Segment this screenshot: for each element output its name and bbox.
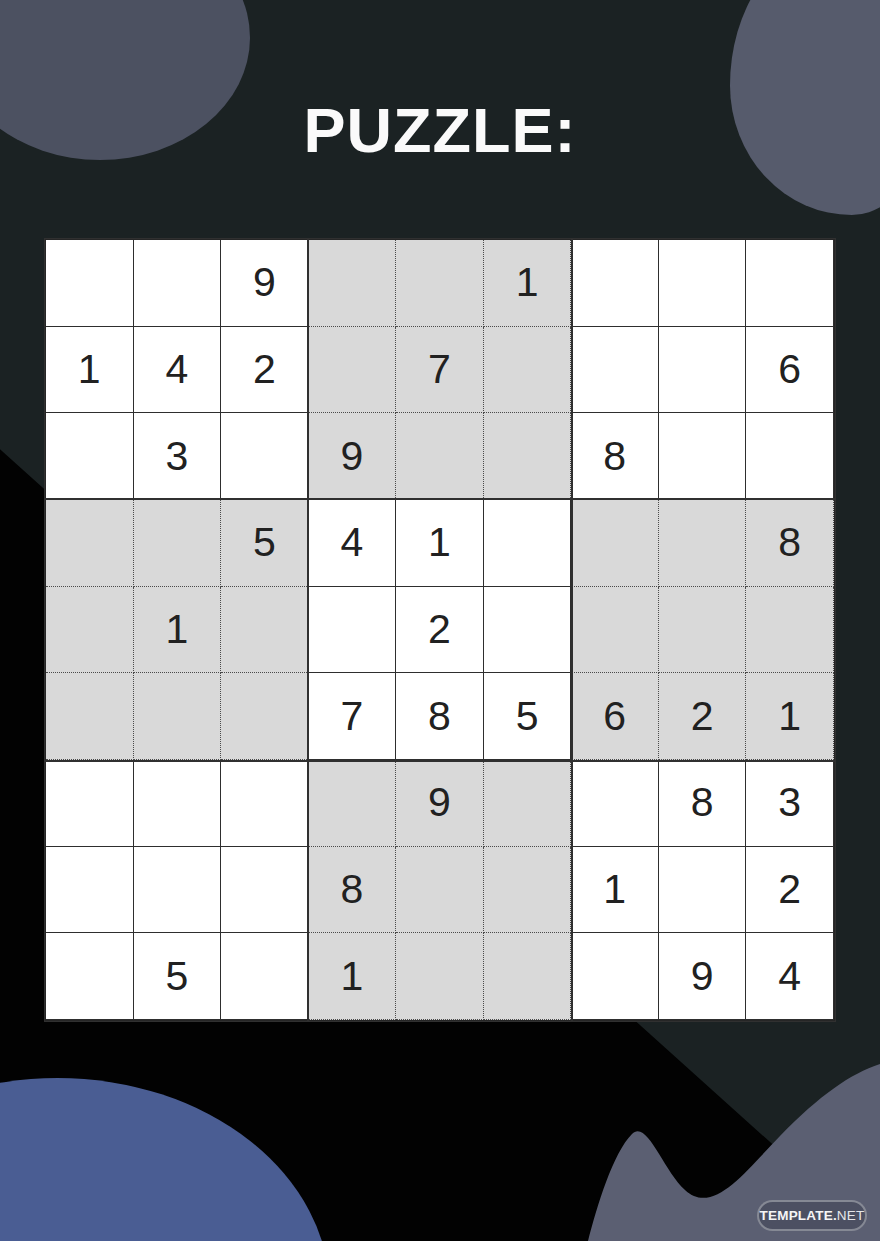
cell-r5c1[interactable] bbox=[46, 587, 134, 674]
watermark-regular-text: NET bbox=[837, 1208, 865, 1223]
cell-r3c4[interactable]: 9 bbox=[309, 413, 397, 500]
cell-r3c7[interactable]: 8 bbox=[571, 413, 659, 500]
cell-r8c8[interactable] bbox=[659, 847, 747, 934]
cell-r6c8[interactable]: 2 bbox=[659, 673, 747, 760]
cell-r8c7[interactable]: 1 bbox=[571, 847, 659, 934]
cell-r8c2[interactable] bbox=[134, 847, 222, 934]
cell-r9c8[interactable]: 9 bbox=[659, 933, 747, 1020]
cell-r7c6[interactable] bbox=[484, 760, 572, 847]
cell-r5c5[interactable]: 2 bbox=[396, 587, 484, 674]
cell-r8c6[interactable] bbox=[484, 847, 572, 934]
cell-r2c7[interactable] bbox=[571, 327, 659, 414]
cell-r4c5[interactable]: 1 bbox=[396, 500, 484, 587]
cell-r9c5[interactable] bbox=[396, 933, 484, 1020]
cell-r9c7[interactable] bbox=[571, 933, 659, 1020]
cell-r6c6[interactable]: 5 bbox=[484, 673, 572, 760]
cell-r2c9[interactable]: 6 bbox=[746, 327, 834, 414]
cell-r4c2[interactable] bbox=[134, 500, 222, 587]
cell-r6c4[interactable]: 7 bbox=[309, 673, 397, 760]
cell-r4c3[interactable]: 5 bbox=[221, 500, 309, 587]
cell-r6c1[interactable] bbox=[46, 673, 134, 760]
cell-r3c1[interactable] bbox=[46, 413, 134, 500]
cell-r1c8[interactable] bbox=[659, 240, 747, 327]
cell-r7c4[interactable] bbox=[309, 760, 397, 847]
cell-r3c3[interactable] bbox=[221, 413, 309, 500]
cell-r1c9[interactable] bbox=[746, 240, 834, 327]
cell-r2c1[interactable]: 1 bbox=[46, 327, 134, 414]
cell-r1c1[interactable] bbox=[46, 240, 134, 327]
cell-r3c5[interactable] bbox=[396, 413, 484, 500]
cell-r7c1[interactable] bbox=[46, 760, 134, 847]
cell-r5c4[interactable] bbox=[309, 587, 397, 674]
cell-r7c8[interactable]: 8 bbox=[659, 760, 747, 847]
cell-r1c2[interactable] bbox=[134, 240, 222, 327]
cell-r2c2[interactable]: 4 bbox=[134, 327, 222, 414]
cell-r2c8[interactable] bbox=[659, 327, 747, 414]
cell-r1c3[interactable]: 9 bbox=[221, 240, 309, 327]
cell-r1c7[interactable] bbox=[571, 240, 659, 327]
cell-r9c1[interactable] bbox=[46, 933, 134, 1020]
cell-r5c6[interactable] bbox=[484, 587, 572, 674]
cell-r6c3[interactable] bbox=[221, 673, 309, 760]
cell-r6c5[interactable]: 8 bbox=[396, 673, 484, 760]
cell-r5c9[interactable] bbox=[746, 587, 834, 674]
cell-r9c4[interactable]: 1 bbox=[309, 933, 397, 1020]
cell-r9c6[interactable] bbox=[484, 933, 572, 1020]
cell-r3c8[interactable] bbox=[659, 413, 747, 500]
cell-r8c3[interactable] bbox=[221, 847, 309, 934]
cell-r1c5[interactable] bbox=[396, 240, 484, 327]
cell-r9c9[interactable]: 4 bbox=[746, 933, 834, 1020]
sudoku-board[interactable]: 91142763985418127856219838125194 bbox=[44, 238, 836, 1022]
cell-r1c4[interactable] bbox=[309, 240, 397, 327]
cell-r7c2[interactable] bbox=[134, 760, 222, 847]
page-title: PUZZLE: bbox=[0, 94, 880, 166]
cell-r4c6[interactable] bbox=[484, 500, 572, 587]
cell-r3c2[interactable]: 3 bbox=[134, 413, 222, 500]
cell-r4c4[interactable]: 4 bbox=[309, 500, 397, 587]
cell-r1c6[interactable]: 1 bbox=[484, 240, 572, 327]
cell-r2c5[interactable]: 7 bbox=[396, 327, 484, 414]
cell-r5c7[interactable] bbox=[571, 587, 659, 674]
cell-r7c9[interactable]: 3 bbox=[746, 760, 834, 847]
cell-r2c6[interactable] bbox=[484, 327, 572, 414]
cell-r7c7[interactable] bbox=[571, 760, 659, 847]
cell-r3c6[interactable] bbox=[484, 413, 572, 500]
cell-r8c9[interactable]: 2 bbox=[746, 847, 834, 934]
cell-r5c2[interactable]: 1 bbox=[134, 587, 222, 674]
cell-r2c4[interactable] bbox=[309, 327, 397, 414]
cell-r6c2[interactable] bbox=[134, 673, 222, 760]
cell-r5c8[interactable] bbox=[659, 587, 747, 674]
cell-r2c3[interactable]: 2 bbox=[221, 327, 309, 414]
cell-r9c3[interactable] bbox=[221, 933, 309, 1020]
cell-r7c3[interactable] bbox=[221, 760, 309, 847]
template-net-watermark[interactable]: TEMPLATE.NET bbox=[757, 1200, 867, 1231]
cell-r8c4[interactable]: 8 bbox=[309, 847, 397, 934]
cell-r8c5[interactable] bbox=[396, 847, 484, 934]
cell-r4c8[interactable] bbox=[659, 500, 747, 587]
cell-r6c7[interactable]: 6 bbox=[571, 673, 659, 760]
cell-r4c7[interactable] bbox=[571, 500, 659, 587]
cell-r4c9[interactable]: 8 bbox=[746, 500, 834, 587]
cell-r4c1[interactable] bbox=[46, 500, 134, 587]
cell-r6c9[interactable]: 1 bbox=[746, 673, 834, 760]
cell-r8c1[interactable] bbox=[46, 847, 134, 934]
cell-r9c2[interactable]: 5 bbox=[134, 933, 222, 1020]
cell-r5c3[interactable] bbox=[221, 587, 309, 674]
watermark-bold-text: TEMPLATE. bbox=[760, 1208, 837, 1223]
cell-r3c9[interactable] bbox=[746, 413, 834, 500]
cell-r7c5[interactable]: 9 bbox=[396, 760, 484, 847]
